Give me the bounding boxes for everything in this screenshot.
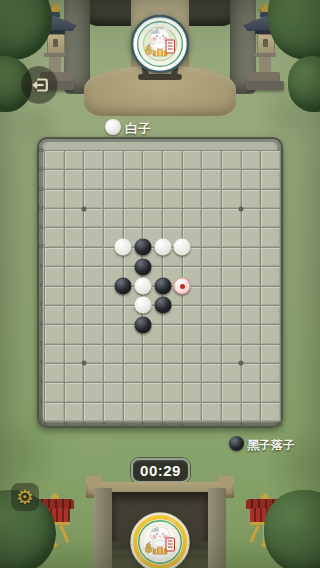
board-cell[interactable]	[65, 345, 84, 363]
board-cell[interactable]	[65, 306, 84, 324]
board-cell[interactable]	[242, 306, 261, 324]
col-label: G	[161, 423, 165, 428]
board-cell[interactable]	[84, 151, 103, 169]
board-cell[interactable]	[65, 287, 84, 305]
hedge	[288, 56, 320, 112]
board-cell[interactable]	[183, 325, 202, 343]
board-cell[interactable]	[163, 325, 182, 343]
board-cell[interactable]	[124, 170, 143, 188]
board-cell[interactable]	[124, 190, 143, 208]
board-cell[interactable]	[202, 151, 221, 169]
board-cell[interactable]	[183, 383, 202, 401]
board-cell[interactable]	[45, 325, 64, 343]
board-cell[interactable]	[183, 209, 202, 227]
board-cell[interactable]	[242, 190, 261, 208]
board-cell[interactable]	[143, 345, 162, 363]
board-cell[interactable]	[261, 364, 280, 382]
board-cell[interactable]	[45, 306, 64, 324]
board-cell[interactable]	[84, 383, 103, 401]
col-label: H	[180, 423, 183, 428]
board-cell[interactable]	[163, 383, 182, 401]
board-cell[interactable]	[183, 287, 202, 305]
board-cell[interactable]	[143, 170, 162, 188]
board-cell[interactable]	[124, 403, 143, 421]
board-cell[interactable]	[242, 403, 261, 421]
board-grid[interactable]	[44, 150, 281, 422]
board-cell[interactable]	[163, 228, 182, 246]
board-panel: 151413121110987654321ABCDEFGHIJKLM	[37, 137, 283, 428]
board-cell[interactable]	[45, 248, 64, 266]
board-cell[interactable]	[183, 403, 202, 421]
board-cell[interactable]	[65, 228, 84, 246]
board-cell[interactable]	[242, 287, 261, 305]
board-cell[interactable]	[143, 151, 162, 169]
back-icon	[28, 74, 50, 96]
board-cell[interactable]	[124, 306, 143, 324]
black-turn-label: 黑子落子	[247, 437, 295, 454]
board-cell[interactable]	[104, 151, 123, 169]
board-cell[interactable]	[84, 228, 103, 246]
board-cell[interactable]	[84, 364, 103, 382]
gate-pillar-right	[208, 488, 226, 568]
board-cell[interactable]	[261, 325, 280, 343]
board-cell[interactable]	[202, 306, 221, 324]
board-cell[interactable]	[261, 306, 280, 324]
board-cell[interactable]	[84, 403, 103, 421]
board-cell[interactable]	[242, 151, 261, 169]
board-cell[interactable]	[124, 287, 143, 305]
board-cell[interactable]	[163, 364, 182, 382]
board-cell[interactable]	[84, 190, 103, 208]
board-cell[interactable]	[163, 248, 182, 266]
board-cell[interactable]	[261, 267, 280, 285]
board-cell[interactable]	[65, 248, 84, 266]
board-cell[interactable]	[261, 248, 280, 266]
plate-stand	[138, 74, 182, 80]
board-cell[interactable]	[242, 248, 261, 266]
board-cell[interactable]	[84, 306, 103, 324]
board-cell[interactable]	[104, 306, 123, 324]
board-cell[interactable]	[65, 170, 84, 188]
board-cell[interactable]	[143, 228, 162, 246]
board-cell[interactable]	[143, 383, 162, 401]
board-cell[interactable]	[261, 345, 280, 363]
board-cell[interactable]	[163, 403, 182, 421]
board-cell[interactable]	[202, 403, 221, 421]
board-cell[interactable]	[143, 325, 162, 343]
board-cell[interactable]	[104, 267, 123, 285]
board-cell[interactable]	[183, 228, 202, 246]
board-cell[interactable]	[143, 190, 162, 208]
board-cell[interactable]	[222, 267, 241, 285]
gear-icon: ⚙	[16, 487, 34, 507]
board-cell[interactable]	[45, 151, 64, 169]
settings-button[interactable]: ⚙	[11, 483, 39, 511]
board-cell[interactable]	[124, 267, 143, 285]
board-cell[interactable]	[124, 364, 143, 382]
board-cell[interactable]	[45, 345, 64, 363]
board-cell[interactable]	[183, 345, 202, 363]
board-cell[interactable]	[222, 228, 241, 246]
board-cell[interactable]	[163, 151, 182, 169]
board-cell[interactable]	[143, 306, 162, 324]
board-cell[interactable]	[222, 325, 241, 343]
board-cell[interactable]	[104, 345, 123, 363]
board-cell[interactable]	[242, 228, 261, 246]
board-cell[interactable]	[163, 170, 182, 188]
board-cell[interactable]	[45, 190, 64, 208]
board-cell[interactable]	[222, 151, 241, 169]
board-cell[interactable]	[202, 209, 221, 227]
board-cell[interactable]	[261, 403, 280, 421]
board-cell[interactable]	[124, 383, 143, 401]
timer-value: 00:29	[140, 462, 181, 479]
board-cell[interactable]	[242, 345, 261, 363]
col-label: I	[201, 423, 202, 428]
bottom-scene: ⚙	[0, 478, 320, 568]
board-cell[interactable]	[163, 209, 182, 227]
board-cell[interactable]	[45, 228, 64, 246]
board-cell[interactable]	[202, 364, 221, 382]
board-cell[interactable]	[242, 325, 261, 343]
board-cell[interactable]	[183, 267, 202, 285]
gate-beam	[218, 476, 234, 485]
board-cell[interactable]	[163, 306, 182, 324]
board-cell[interactable]	[143, 267, 162, 285]
board-cell[interactable]	[222, 306, 241, 324]
board-cell[interactable]	[143, 364, 162, 382]
col-label: E	[122, 423, 125, 428]
board-cell[interactable]	[84, 267, 103, 285]
board-cell[interactable]	[202, 345, 221, 363]
board-cell[interactable]	[183, 190, 202, 208]
board-cell[interactable]	[202, 267, 221, 285]
board-cell[interactable]	[104, 364, 123, 382]
col-label: C	[82, 423, 85, 428]
board-cell[interactable]	[124, 325, 143, 343]
board-cell[interactable]	[104, 228, 123, 246]
board-cell[interactable]	[261, 209, 280, 227]
board-cell[interactable]	[143, 248, 162, 266]
col-label: D	[102, 423, 105, 428]
gate-beam	[86, 476, 102, 485]
board-cell[interactable]	[183, 170, 202, 188]
board-cell[interactable]	[242, 364, 261, 382]
board-cell[interactable]	[124, 345, 143, 363]
board-cell[interactable]	[261, 287, 280, 305]
board-cell[interactable]	[124, 248, 143, 266]
board-cell[interactable]	[163, 345, 182, 363]
board-cell[interactable]	[222, 364, 241, 382]
col-label: J	[220, 423, 223, 428]
board-cell[interactable]	[143, 209, 162, 227]
board-cell[interactable]	[65, 325, 84, 343]
board-cell[interactable]	[261, 383, 280, 401]
board-cell[interactable]	[104, 403, 123, 421]
board-cell[interactable]	[84, 248, 103, 266]
board-cell[interactable]	[222, 248, 241, 266]
board-cell[interactable]	[104, 383, 123, 401]
board-cell[interactable]	[84, 170, 103, 188]
board-cell[interactable]	[45, 170, 64, 188]
board-cell[interactable]	[104, 287, 123, 305]
board-cell[interactable]	[163, 267, 182, 285]
board-cell[interactable]	[183, 248, 202, 266]
col-label: B	[63, 423, 66, 428]
col-label: M	[278, 423, 282, 428]
game-screen: 白子 151413121110987654321ABCDEFGHIJKLM 黑子…	[0, 0, 320, 568]
board-cell[interactable]	[65, 209, 84, 227]
board-cell[interactable]	[222, 383, 241, 401]
board-cell[interactable]	[104, 190, 123, 208]
board-cell[interactable]	[65, 364, 84, 382]
board-cell[interactable]	[261, 190, 280, 208]
board-cell[interactable]	[163, 287, 182, 305]
board-cell[interactable]	[124, 151, 143, 169]
board-cell[interactable]	[183, 151, 202, 169]
board-cell[interactable]	[45, 209, 64, 227]
board-cell[interactable]	[65, 190, 84, 208]
board-cell[interactable]	[124, 228, 143, 246]
board-cell[interactable]	[65, 267, 84, 285]
board-cell[interactable]	[65, 383, 84, 401]
board-cell[interactable]	[45, 383, 64, 401]
board-cell[interactable]	[202, 248, 221, 266]
board-cell[interactable]	[202, 325, 221, 343]
board-cell[interactable]	[84, 287, 103, 305]
board-cell[interactable]	[104, 170, 123, 188]
board-cell[interactable]	[261, 228, 280, 246]
board-cell[interactable]	[242, 267, 261, 285]
board-cell[interactable]	[104, 325, 123, 343]
top-scene	[0, 0, 320, 137]
board-cell[interactable]	[242, 383, 261, 401]
board-cell[interactable]	[45, 287, 64, 305]
col-label: L	[259, 423, 262, 428]
col-label: A	[43, 423, 46, 428]
board-cell[interactable]	[261, 151, 280, 169]
board-cell[interactable]	[84, 209, 103, 227]
board-cell[interactable]	[143, 403, 162, 421]
cat-mascot-plate-top	[131, 15, 189, 73]
board-cell[interactable]	[183, 306, 202, 324]
board-cell[interactable]	[124, 209, 143, 227]
board-cell[interactable]	[222, 170, 241, 188]
black-stone-icon	[229, 436, 244, 451]
cat-mascot-plate-bottom	[129, 511, 191, 568]
board-cell[interactable]	[183, 364, 202, 382]
board-cell[interactable]	[222, 287, 241, 305]
board-cell[interactable]	[45, 403, 64, 421]
white-stone-icon	[105, 119, 121, 135]
white-player-label: 白子	[125, 120, 151, 138]
board-cell[interactable]	[202, 190, 221, 208]
board-cell[interactable]	[45, 267, 64, 285]
board-cell[interactable]	[163, 190, 182, 208]
board-cell[interactable]	[202, 383, 221, 401]
board-cell[interactable]	[222, 209, 241, 227]
board-cell[interactable]	[84, 325, 103, 343]
board-cell[interactable]	[104, 209, 123, 227]
board-cell[interactable]	[222, 403, 241, 421]
col-label: F	[141, 423, 144, 428]
board-cell[interactable]	[202, 287, 221, 305]
board-cell[interactable]	[261, 170, 280, 188]
gate-pillar-left	[94, 488, 112, 568]
back-button[interactable]	[20, 66, 58, 104]
board-cell[interactable]	[65, 403, 84, 421]
board-cell[interactable]	[202, 228, 221, 246]
board-cell[interactable]	[104, 248, 123, 266]
board-cell[interactable]	[222, 190, 241, 208]
board-cell[interactable]	[242, 170, 261, 188]
board-cell[interactable]	[242, 209, 261, 227]
board-cell[interactable]	[222, 345, 241, 363]
board-cell[interactable]	[84, 345, 103, 363]
board-cell[interactable]	[143, 287, 162, 305]
board-cell[interactable]	[65, 151, 84, 169]
board-cell[interactable]	[202, 170, 221, 188]
col-label: K	[239, 423, 242, 428]
board-cell[interactable]	[45, 364, 64, 382]
